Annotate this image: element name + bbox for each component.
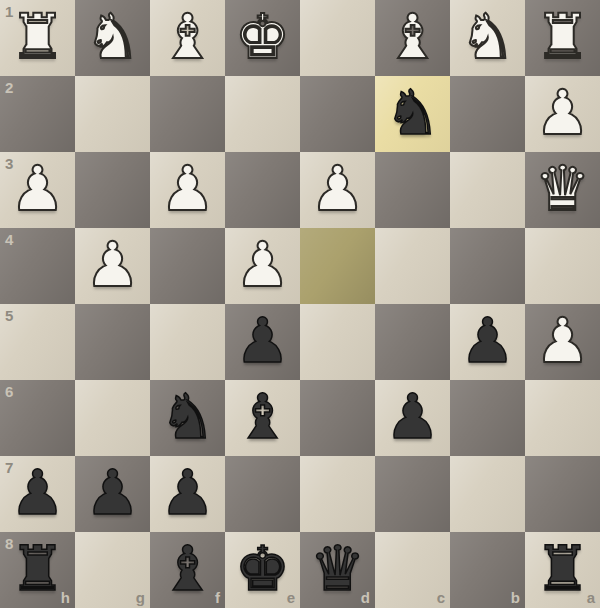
- black-queen[interactable]: ♛: [300, 532, 375, 608]
- square-a2[interactable]: ♟: [525, 76, 600, 152]
- square-e7[interactable]: [225, 456, 300, 532]
- black-knight[interactable]: ♞: [375, 76, 450, 152]
- square-b8[interactable]: b: [450, 532, 525, 608]
- white-pawn[interactable]: ♟: [300, 152, 375, 228]
- white-pawn[interactable]: ♟: [75, 228, 150, 304]
- square-e8[interactable]: e♚: [225, 532, 300, 608]
- black-king[interactable]: ♚: [225, 532, 300, 608]
- black-rook[interactable]: ♜: [0, 532, 75, 608]
- square-a1[interactable]: ♜: [525, 0, 600, 76]
- square-h8[interactable]: 8h♜: [0, 532, 75, 608]
- square-g6[interactable]: [75, 380, 150, 456]
- black-bishop[interactable]: ♝: [225, 380, 300, 456]
- file-label: b: [511, 589, 520, 606]
- square-c6[interactable]: ♟: [375, 380, 450, 456]
- square-g5[interactable]: [75, 304, 150, 380]
- square-b6[interactable]: [450, 380, 525, 456]
- square-b4[interactable]: [450, 228, 525, 304]
- white-rook[interactable]: ♜: [0, 0, 75, 76]
- square-g4[interactable]: ♟: [75, 228, 150, 304]
- square-f6[interactable]: ♞: [150, 380, 225, 456]
- square-b5[interactable]: ♟: [450, 304, 525, 380]
- square-h4[interactable]: 4: [0, 228, 75, 304]
- white-rook[interactable]: ♜: [525, 0, 600, 76]
- file-label: g: [136, 589, 145, 606]
- white-pawn[interactable]: ♟: [150, 152, 225, 228]
- square-d6[interactable]: [300, 380, 375, 456]
- square-e1[interactable]: ♚: [225, 0, 300, 76]
- white-knight[interactable]: ♞: [450, 0, 525, 76]
- black-bishop[interactable]: ♝: [150, 532, 225, 608]
- black-pawn[interactable]: ♟: [150, 456, 225, 532]
- square-d3[interactable]: ♟: [300, 152, 375, 228]
- rank-label: 2: [5, 79, 13, 96]
- square-g1[interactable]: ♞: [75, 0, 150, 76]
- white-queen[interactable]: ♛: [525, 152, 600, 228]
- chess-board: 1♜♞♝♚♝♞♜2♞♟3♟♟♟♛4♟♟5♟♟♟6♞♝♟7♟♟♟8h♜gf♝e♚d…: [0, 0, 600, 608]
- square-f5[interactable]: [150, 304, 225, 380]
- square-d1[interactable]: [300, 0, 375, 76]
- square-d7[interactable]: [300, 456, 375, 532]
- white-pawn[interactable]: ♟: [525, 76, 600, 152]
- square-c2[interactable]: ♞: [375, 76, 450, 152]
- square-g3[interactable]: [75, 152, 150, 228]
- white-bishop[interactable]: ♝: [150, 0, 225, 76]
- square-h6[interactable]: 6: [0, 380, 75, 456]
- black-pawn[interactable]: ♟: [450, 304, 525, 380]
- black-rook[interactable]: ♜: [525, 532, 600, 608]
- square-h1[interactable]: 1♜: [0, 0, 75, 76]
- square-e6[interactable]: ♝: [225, 380, 300, 456]
- rank-label: 5: [5, 307, 13, 324]
- square-c4[interactable]: [375, 228, 450, 304]
- square-a3[interactable]: ♛: [525, 152, 600, 228]
- square-d8[interactable]: d♛: [300, 532, 375, 608]
- square-c8[interactable]: c: [375, 532, 450, 608]
- square-e3[interactable]: [225, 152, 300, 228]
- square-f8[interactable]: f♝: [150, 532, 225, 608]
- square-c1[interactable]: ♝: [375, 0, 450, 76]
- square-e5[interactable]: ♟: [225, 304, 300, 380]
- square-h3[interactable]: 3♟: [0, 152, 75, 228]
- square-d2[interactable]: [300, 76, 375, 152]
- white-pawn[interactable]: ♟: [0, 152, 75, 228]
- black-pawn[interactable]: ♟: [75, 456, 150, 532]
- square-c5[interactable]: [375, 304, 450, 380]
- rank-label: 6: [5, 383, 13, 400]
- square-b2[interactable]: [450, 76, 525, 152]
- rank-label: 4: [5, 231, 13, 248]
- square-f1[interactable]: ♝: [150, 0, 225, 76]
- square-c3[interactable]: [375, 152, 450, 228]
- square-g7[interactable]: ♟: [75, 456, 150, 532]
- square-h7[interactable]: 7♟: [0, 456, 75, 532]
- square-f3[interactable]: ♟: [150, 152, 225, 228]
- square-e2[interactable]: [225, 76, 300, 152]
- square-d4[interactable]: [300, 228, 375, 304]
- white-pawn[interactable]: ♟: [225, 228, 300, 304]
- square-e4[interactable]: ♟: [225, 228, 300, 304]
- square-a5[interactable]: ♟: [525, 304, 600, 380]
- white-king[interactable]: ♚: [225, 0, 300, 76]
- square-b3[interactable]: [450, 152, 525, 228]
- black-knight[interactable]: ♞: [150, 380, 225, 456]
- square-f2[interactable]: [150, 76, 225, 152]
- square-h2[interactable]: 2: [0, 76, 75, 152]
- square-d5[interactable]: [300, 304, 375, 380]
- white-bishop[interactable]: ♝: [375, 0, 450, 76]
- white-pawn[interactable]: ♟: [525, 304, 600, 380]
- black-pawn[interactable]: ♟: [0, 456, 75, 532]
- square-g8[interactable]: g: [75, 532, 150, 608]
- black-pawn[interactable]: ♟: [225, 304, 300, 380]
- white-knight[interactable]: ♞: [75, 0, 150, 76]
- square-a7[interactable]: [525, 456, 600, 532]
- square-b7[interactable]: [450, 456, 525, 532]
- square-a6[interactable]: [525, 380, 600, 456]
- square-g2[interactable]: [75, 76, 150, 152]
- square-a4[interactable]: [525, 228, 600, 304]
- square-b1[interactable]: ♞: [450, 0, 525, 76]
- square-c7[interactable]: [375, 456, 450, 532]
- file-label: c: [437, 589, 445, 606]
- black-pawn[interactable]: ♟: [375, 380, 450, 456]
- square-a8[interactable]: a♜: [525, 532, 600, 608]
- square-h5[interactable]: 5: [0, 304, 75, 380]
- square-f7[interactable]: ♟: [150, 456, 225, 532]
- square-f4[interactable]: [150, 228, 225, 304]
